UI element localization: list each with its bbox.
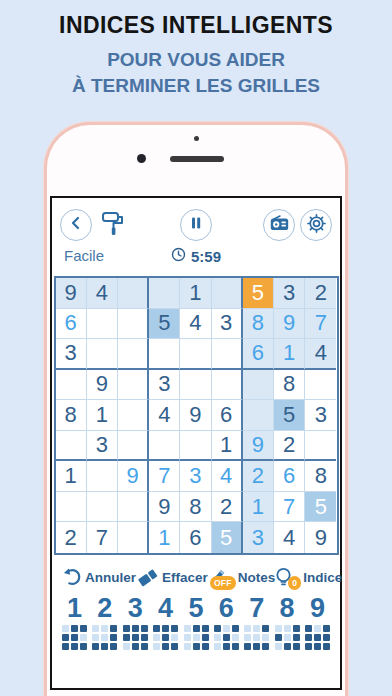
box-filled-square xyxy=(323,643,330,650)
gear-icon xyxy=(307,214,326,237)
grid-cell-r7c4[interactable]: 7 xyxy=(149,461,180,492)
numpad-button-5[interactable]: 5 xyxy=(183,595,210,650)
box-empty-square xyxy=(92,634,99,641)
box-filled-square xyxy=(202,634,209,641)
box-empty-square xyxy=(62,625,69,632)
grid-cell-r7c5[interactable]: 3 xyxy=(180,461,211,492)
numpad-button-6[interactable]: 6 xyxy=(213,595,240,650)
numpad-digit: 2 xyxy=(97,595,112,622)
grid-cell-r8c3[interactable] xyxy=(118,492,149,523)
grid-cell-r5c1[interactable]: 8 xyxy=(56,400,87,431)
box-filled-square xyxy=(244,643,251,650)
box-filled-square xyxy=(101,643,108,650)
box-filled-square xyxy=(132,643,139,650)
number-pad: 123456789 xyxy=(52,595,340,650)
box-empty-square xyxy=(123,643,130,650)
box-filled-square xyxy=(171,625,178,632)
grid-cell-r8c4[interactable]: 9 xyxy=(149,492,180,523)
grid-cell-r4c2[interactable]: 9 xyxy=(87,370,118,401)
back-button[interactable] xyxy=(60,209,92,241)
box-filled-square xyxy=(305,643,312,650)
grid-cell-r6c3[interactable] xyxy=(118,431,149,462)
grid-cell-r5c8[interactable]: 5 xyxy=(274,400,305,431)
numpad-box-map xyxy=(92,625,117,650)
box-empty-square xyxy=(193,634,200,641)
grid-cell-r1c2[interactable]: 4 xyxy=(87,278,118,309)
page-subtitle-line2: À TERMINER LES GRILLES xyxy=(0,73,392,99)
grid-cell-r3c7[interactable]: 6 xyxy=(243,339,274,370)
box-filled-square xyxy=(305,625,312,632)
box-empty-square xyxy=(80,634,87,641)
grid-cell-r2c9[interactable]: 7 xyxy=(305,309,336,340)
box-empty-square xyxy=(101,625,108,632)
box-filled-square xyxy=(314,634,321,641)
box-empty-square xyxy=(184,625,191,632)
grid-cell-r3c6[interactable] xyxy=(212,339,243,370)
erase-label: Effacer xyxy=(162,570,208,585)
grid-cell-r4c7[interactable] xyxy=(243,370,274,401)
grid-cell-r3c4[interactable] xyxy=(149,339,180,370)
box-empty-square xyxy=(284,634,291,641)
pause-button[interactable] xyxy=(180,209,212,241)
grid-cell-r1c5[interactable]: 1 xyxy=(180,278,211,309)
numpad-box-map xyxy=(184,625,209,650)
grid-cell-r4c4[interactable]: 3 xyxy=(149,370,180,401)
grid-cell-r4c3[interactable] xyxy=(118,370,149,401)
grid-cell-r6c6[interactable]: 1 xyxy=(212,431,243,462)
box-filled-square xyxy=(323,625,330,632)
notes-button[interactable]: OFF Notes xyxy=(208,568,276,587)
erase-button[interactable]: Effacer xyxy=(136,568,208,587)
grid-cell-r7c6[interactable]: 4 xyxy=(212,461,243,492)
grid-cell-r2c2[interactable] xyxy=(87,309,118,340)
grid-cell-r8c2[interactable] xyxy=(87,492,118,523)
grid-cell-r8c5[interactable]: 8 xyxy=(180,492,211,523)
hint-label: Indice xyxy=(303,570,342,585)
grid-cell-r9c1[interactable]: 2 xyxy=(56,522,87,553)
box-filled-square xyxy=(62,643,69,650)
numpad-button-3[interactable]: 3 xyxy=(122,595,149,650)
theme-button[interactable] xyxy=(97,209,129,241)
box-filled-square xyxy=(141,634,148,641)
box-filled-square xyxy=(123,634,130,641)
box-filled-square xyxy=(162,625,169,632)
grid-cell-r4c6[interactable] xyxy=(212,370,243,401)
box-filled-square xyxy=(141,625,148,632)
grid-cell-r6c4[interactable] xyxy=(149,431,180,462)
timer: 5:59 xyxy=(52,247,340,265)
grid-cell-r7c9[interactable]: 8 xyxy=(305,461,336,492)
pause-icon xyxy=(189,216,203,234)
bulb-icon: 0 xyxy=(275,567,292,587)
grid-cell-r9c6[interactable]: 5 xyxy=(212,522,243,553)
app-screen: Facile 5:59 9415326543897361493881496533… xyxy=(50,196,342,690)
numpad-button-2[interactable]: 2 xyxy=(91,595,118,650)
box-empty-square xyxy=(275,625,282,632)
numpad-digit: 4 xyxy=(158,595,173,622)
box-filled-square xyxy=(202,625,209,632)
controls-bar: Annuler Effacer xyxy=(52,564,340,590)
grid-cell-r1c8[interactable]: 3 xyxy=(274,278,305,309)
box-filled-square xyxy=(141,643,148,650)
box-empty-square xyxy=(232,634,239,641)
grid-cell-r5c2[interactable]: 1 xyxy=(87,400,118,431)
grid-cell-r4c8[interactable]: 8 xyxy=(274,370,305,401)
box-filled-square xyxy=(110,643,117,650)
grid-cell-r7c2[interactable] xyxy=(87,461,118,492)
box-empty-square xyxy=(275,643,282,650)
notes-badge: OFF xyxy=(210,576,236,590)
numpad-button-7[interactable]: 7 xyxy=(243,595,270,650)
grid-cell-r1c1[interactable]: 9 xyxy=(56,278,87,309)
grid-cell-r6c7[interactable]: 9 xyxy=(243,431,274,462)
back-icon xyxy=(69,216,83,234)
box-filled-square xyxy=(305,634,312,641)
box-empty-square xyxy=(244,634,251,641)
numpad-box-map xyxy=(275,625,300,650)
top-toolbar xyxy=(52,198,340,243)
grid-cell-r2c3[interactable] xyxy=(118,309,149,340)
grid-cell-r9c3[interactable] xyxy=(118,522,149,553)
grid-cell-r1c4[interactable] xyxy=(149,278,180,309)
box-filled-square xyxy=(193,643,200,650)
numpad-digit: 9 xyxy=(310,595,325,622)
grid-cell-r2c7[interactable]: 8 xyxy=(243,309,274,340)
proximity-sensor-dot xyxy=(194,136,199,141)
grid-cell-r6c8[interactable]: 2 xyxy=(274,431,305,462)
grid-cell-r1c3[interactable] xyxy=(118,278,149,309)
grid-cell-r7c1[interactable]: 1 xyxy=(56,461,87,492)
box-filled-square xyxy=(293,634,300,641)
box-filled-square xyxy=(232,643,239,650)
clock-icon xyxy=(171,247,186,265)
numpad-digit: 5 xyxy=(188,595,203,622)
box-empty-square xyxy=(284,625,291,632)
hint-badge: 0 xyxy=(288,576,301,590)
grid-cell-r3c3[interactable] xyxy=(118,339,149,370)
radio-button[interactable] xyxy=(263,209,295,241)
box-filled-square xyxy=(132,634,139,641)
grid-cell-r9c5[interactable]: 6 xyxy=(180,522,211,553)
status-bar: Facile 5:59 xyxy=(52,243,340,271)
grid-cell-r3c1[interactable]: 3 xyxy=(56,339,87,370)
grid-cell-r9c2[interactable]: 7 xyxy=(87,522,118,553)
box-empty-square xyxy=(184,634,191,641)
sudoku-grid: 9415326543897361493881496533192197342689… xyxy=(54,276,339,555)
box-filled-square xyxy=(223,643,230,650)
numpad-digit: 1 xyxy=(67,595,82,622)
grid-cell-r3c9[interactable]: 4 xyxy=(305,339,336,370)
grid-cell-r2c6[interactable]: 3 xyxy=(212,309,243,340)
grid-cell-r4c1[interactable] xyxy=(56,370,87,401)
box-empty-square xyxy=(184,643,191,650)
undo-icon xyxy=(62,568,82,586)
numpad-box-map xyxy=(305,625,330,650)
box-empty-square xyxy=(92,625,99,632)
box-empty-square xyxy=(214,643,221,650)
box-filled-square xyxy=(293,643,300,650)
box-filled-square xyxy=(71,634,78,641)
box-filled-square xyxy=(62,634,69,641)
grid-cell-r8c7[interactable]: 1 xyxy=(243,492,274,523)
grid-cell-r5c9[interactable]: 3 xyxy=(305,400,336,431)
settings-button[interactable] xyxy=(300,209,332,241)
grid-cell-r3c8[interactable]: 1 xyxy=(274,339,305,370)
box-filled-square xyxy=(284,643,291,650)
grid-cell-r8c8[interactable]: 7 xyxy=(274,492,305,523)
page-title: INDICES INTELLIGENTS xyxy=(0,12,392,39)
numpad-button-1[interactable]: 1 xyxy=(61,595,88,650)
numpad-digit: 7 xyxy=(249,595,264,622)
box-filled-square xyxy=(223,634,230,641)
grid-cell-r3c5[interactable] xyxy=(180,339,211,370)
grid-cell-r5c7[interactable] xyxy=(243,400,274,431)
notes-label: Notes xyxy=(238,570,276,585)
numpad-box-map xyxy=(244,625,269,650)
grid-cell-r2c1[interactable]: 6 xyxy=(56,309,87,340)
grid-cell-r5c6[interactable]: 6 xyxy=(212,400,243,431)
box-filled-square xyxy=(323,634,330,641)
box-filled-square xyxy=(123,625,130,632)
box-empty-square xyxy=(153,634,160,641)
grid-cell-r9c7[interactable]: 3 xyxy=(243,522,274,553)
numpad-box-map xyxy=(123,625,148,650)
box-filled-square xyxy=(253,643,260,650)
grid-cell-r7c8[interactable]: 6 xyxy=(274,461,305,492)
box-filled-square xyxy=(80,625,87,632)
phone-mockup: Facile 5:59 9415326543897361493881496533… xyxy=(44,122,348,696)
grid-cell-r4c5[interactable] xyxy=(180,370,211,401)
grid-cell-r1c6[interactable] xyxy=(212,278,243,309)
grid-cell-r9c4[interactable]: 1 xyxy=(149,522,180,553)
box-empty-square xyxy=(223,625,230,632)
grid-cell-r2c4[interactable]: 5 xyxy=(149,309,180,340)
box-filled-square xyxy=(110,625,117,632)
box-filled-square xyxy=(275,634,282,641)
box-filled-square xyxy=(80,643,87,650)
box-filled-square xyxy=(193,625,200,632)
hero-section: INDICES INTELLIGENTS POUR VOUS AIDER À T… xyxy=(0,0,392,99)
box-empty-square xyxy=(314,625,321,632)
box-filled-square xyxy=(162,634,169,641)
page-subtitle-line1: POUR VOUS AIDER xyxy=(0,47,392,73)
numpad-button-9[interactable]: 9 xyxy=(304,595,331,650)
numpad-button-4[interactable]: 4 xyxy=(152,595,179,650)
grid-cell-r7c3[interactable]: 9 xyxy=(118,461,149,492)
grid-cell-r4c9[interactable] xyxy=(305,370,336,401)
pencil-icon: OFF xyxy=(208,568,227,587)
grid-cell-r5c5[interactable]: 9 xyxy=(180,400,211,431)
box-filled-square xyxy=(71,643,78,650)
box-empty-square xyxy=(171,634,178,641)
grid-cell-r3c2[interactable] xyxy=(87,339,118,370)
grid-cell-r7c7[interactable]: 2 xyxy=(243,461,274,492)
grid-cell-r6c9[interactable] xyxy=(305,431,336,462)
undo-button[interactable]: Annuler xyxy=(62,568,136,586)
numpad-box-map xyxy=(214,625,239,650)
grid-cell-r9c9[interactable]: 9 xyxy=(305,522,336,553)
box-filled-square xyxy=(171,643,178,650)
paint-roller-icon xyxy=(99,209,127,241)
box-filled-square xyxy=(162,643,169,650)
grid-cell-r2c8[interactable]: 9 xyxy=(274,309,305,340)
grid-cell-r8c6[interactable]: 2 xyxy=(212,492,243,523)
grid-cell-r2c5[interactable]: 4 xyxy=(180,309,211,340)
box-filled-square xyxy=(71,625,78,632)
grid-cell-r6c2[interactable]: 3 xyxy=(87,431,118,462)
grid-cell-r5c4[interactable]: 4 xyxy=(149,400,180,431)
numpad-box-map xyxy=(62,625,87,650)
box-filled-square xyxy=(110,634,117,641)
eraser-icon xyxy=(136,568,159,587)
box-filled-square xyxy=(202,643,209,650)
box-empty-square xyxy=(262,634,269,641)
box-filled-square xyxy=(153,625,160,632)
box-filled-square xyxy=(262,625,269,632)
box-filled-square xyxy=(132,625,139,632)
grid-cell-r6c5[interactable] xyxy=(180,431,211,462)
numpad-digit: 6 xyxy=(219,595,234,622)
numpad-digit: 8 xyxy=(280,595,295,622)
box-empty-square xyxy=(253,634,260,641)
box-empty-square xyxy=(153,643,160,650)
earpiece-speaker xyxy=(170,156,224,162)
numpad-box-map xyxy=(153,625,178,650)
box-empty-square xyxy=(244,625,251,632)
box-empty-square xyxy=(101,634,108,641)
box-filled-square xyxy=(232,625,239,632)
timer-value: 5:59 xyxy=(191,248,221,265)
grid-cell-r5c3[interactable] xyxy=(118,400,149,431)
box-filled-square xyxy=(293,625,300,632)
numpad-digit: 3 xyxy=(128,595,143,622)
radio-icon xyxy=(270,215,289,235)
box-empty-square xyxy=(214,634,221,641)
grid-cell-r1c7[interactable]: 5 xyxy=(243,278,274,309)
front-camera xyxy=(137,154,146,163)
undo-label: Annuler xyxy=(85,570,136,585)
box-filled-square xyxy=(92,643,99,650)
grid-cell-r8c9[interactable]: 5 xyxy=(305,492,336,523)
box-filled-square xyxy=(262,643,269,650)
grid-cell-r9c8[interactable]: 4 xyxy=(274,522,305,553)
grid-cell-r1c9[interactable]: 2 xyxy=(305,278,336,309)
box-filled-square xyxy=(214,625,221,632)
grid-cell-r8c1[interactable] xyxy=(56,492,87,523)
numpad-button-8[interactable]: 8 xyxy=(274,595,301,650)
grid-cell-r6c1[interactable] xyxy=(56,431,87,462)
box-filled-square xyxy=(314,643,321,650)
hint-button[interactable]: 0 Indice xyxy=(275,567,342,587)
box-empty-square xyxy=(253,625,260,632)
